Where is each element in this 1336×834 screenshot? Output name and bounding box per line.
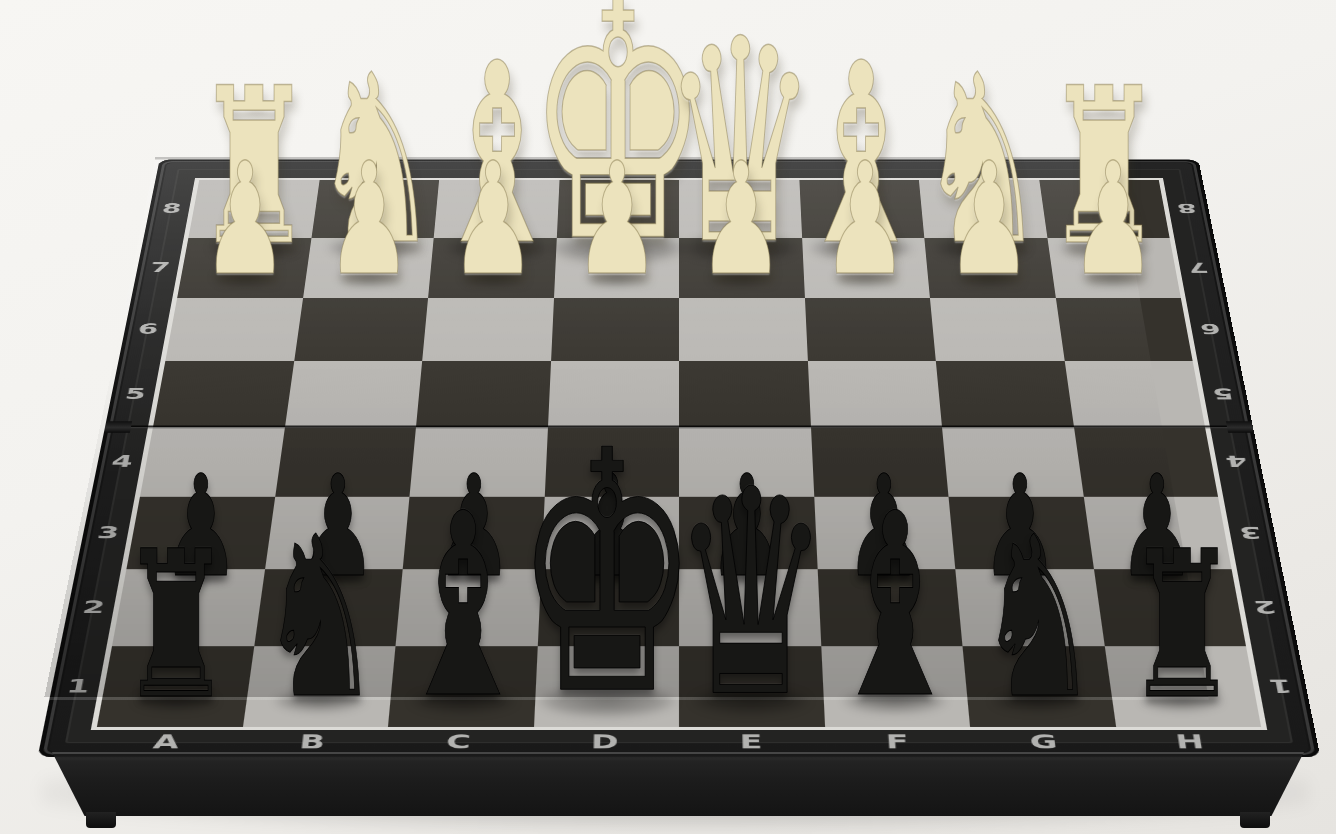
white-pawn-e7: ♟ <box>698 160 784 281</box>
black-rook-h1: ♜ <box>1126 547 1239 705</box>
black-rook-a1: ♜ <box>119 547 232 705</box>
rank-label-right-8: 8 <box>1159 180 1215 238</box>
black-bishop-c1: ♝ <box>393 508 534 705</box>
white-pawn-g7: ♟ <box>946 160 1032 281</box>
fold-hinge-left <box>104 421 132 432</box>
black-knight-g1: ♞ <box>977 532 1100 705</box>
white-pawn-a7: ♟ <box>202 160 288 281</box>
white-pawn-d7: ♟ <box>574 160 660 281</box>
white-pawn-h7: ♟ <box>1070 160 1156 281</box>
black-bishop-f1: ♝ <box>824 508 965 705</box>
board-square-h5 <box>1064 361 1205 427</box>
board-square-g5 <box>936 361 1074 427</box>
white-pawn-f7: ♟ <box>822 160 908 281</box>
case-foot-left <box>86 812 116 828</box>
black-queen-e1: ♛ <box>672 483 830 705</box>
board-square-b5 <box>285 361 423 427</box>
white-pawn-b7: ♟ <box>326 160 412 281</box>
fold-hinge-right <box>1226 421 1254 432</box>
board-square-a5 <box>153 361 294 427</box>
chess-photo-scene: 87654321 87654321 ABCDEFGH ♜♞♝♚♛♝♞♜♟♟♟♟♟… <box>0 0 1336 834</box>
board-square-f5 <box>807 361 942 427</box>
case-foot-right <box>1240 812 1270 828</box>
black-knight-b1: ♞ <box>258 532 381 705</box>
white-pawn-c7: ♟ <box>450 160 536 281</box>
